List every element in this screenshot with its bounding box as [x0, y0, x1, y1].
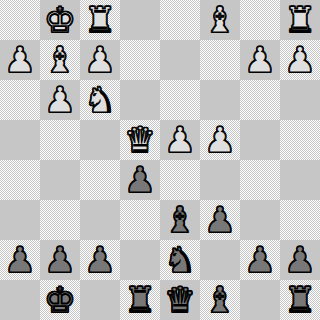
square-a4[interactable]: [280, 120, 320, 160]
black-pawn-g7[interactable]: ♟: [40, 240, 80, 280]
square-h4[interactable]: [0, 120, 40, 160]
square-g4[interactable]: [40, 120, 80, 160]
square-b2[interactable]: ♟: [240, 40, 280, 80]
black-pawn-h7[interactable]: ♟: [0, 240, 40, 280]
square-h8[interactable]: [0, 280, 40, 320]
square-f7[interactable]: ♟: [80, 240, 120, 280]
square-d1[interactable]: [160, 0, 200, 40]
square-e1[interactable]: [120, 0, 160, 40]
white-pawn-b2[interactable]: ♟: [240, 40, 280, 80]
square-c5[interactable]: [200, 160, 240, 200]
square-a7[interactable]: ♟: [280, 240, 320, 280]
square-b8[interactable]: [240, 280, 280, 320]
square-c1[interactable]: ♝: [200, 0, 240, 40]
square-a8[interactable]: ♜: [280, 280, 320, 320]
square-c2[interactable]: [200, 40, 240, 80]
square-c7[interactable]: [200, 240, 240, 280]
square-e2[interactable]: [120, 40, 160, 80]
square-g1[interactable]: ♚: [40, 0, 80, 40]
square-c8[interactable]: ♝: [200, 280, 240, 320]
square-a6[interactable]: [280, 200, 320, 240]
white-pawn-a2[interactable]: ♟: [280, 40, 320, 80]
square-d8[interactable]: ♛: [160, 280, 200, 320]
square-e6[interactable]: [120, 200, 160, 240]
square-h5[interactable]: [0, 160, 40, 200]
square-d7[interactable]: ♞: [160, 240, 200, 280]
white-bishop-c1[interactable]: ♝: [200, 0, 240, 40]
square-g7[interactable]: ♟: [40, 240, 80, 280]
white-king-g1[interactable]: ♚: [40, 0, 80, 40]
square-g5[interactable]: [40, 160, 80, 200]
black-pawn-a7[interactable]: ♟: [280, 240, 320, 280]
square-e5[interactable]: ♟: [120, 160, 160, 200]
square-c6[interactable]: ♟: [200, 200, 240, 240]
square-a5[interactable]: [280, 160, 320, 200]
black-rook-a8[interactable]: ♜: [280, 280, 320, 320]
black-king-g8[interactable]: ♚: [40, 280, 80, 320]
square-g6[interactable]: [40, 200, 80, 240]
black-queen-d8[interactable]: ♛: [160, 280, 200, 320]
square-a3[interactable]: [280, 80, 320, 120]
square-f5[interactable]: [80, 160, 120, 200]
black-rook-e8[interactable]: ♜: [120, 280, 160, 320]
black-pawn-e5[interactable]: ♟: [120, 160, 160, 200]
square-e4[interactable]: ♛: [120, 120, 160, 160]
black-pawn-c6[interactable]: ♟: [200, 200, 240, 240]
square-f3[interactable]: ♞: [80, 80, 120, 120]
square-d4[interactable]: ♟: [160, 120, 200, 160]
square-d6[interactable]: ♝: [160, 200, 200, 240]
square-a2[interactable]: ♟: [280, 40, 320, 80]
square-g2[interactable]: ♝: [40, 40, 80, 80]
black-bishop-c8[interactable]: ♝: [200, 280, 240, 320]
square-d3[interactable]: [160, 80, 200, 120]
square-h7[interactable]: ♟: [0, 240, 40, 280]
white-pawn-g3[interactable]: ♟: [40, 80, 80, 120]
square-h2[interactable]: ♟: [0, 40, 40, 80]
black-knight-d7[interactable]: ♞: [160, 240, 200, 280]
white-pawn-f2[interactable]: ♟: [80, 40, 120, 80]
white-rook-a1[interactable]: ♜: [280, 0, 320, 40]
white-pawn-d4[interactable]: ♟: [160, 120, 200, 160]
square-f6[interactable]: [80, 200, 120, 240]
square-b7[interactable]: ♟: [240, 240, 280, 280]
white-pawn-c4[interactable]: ♟: [200, 120, 240, 160]
square-h3[interactable]: [0, 80, 40, 120]
square-c3[interactable]: [200, 80, 240, 120]
white-queen-e4[interactable]: ♛: [120, 120, 160, 160]
square-c4[interactable]: ♟: [200, 120, 240, 160]
square-d5[interactable]: [160, 160, 200, 200]
square-g8[interactable]: ♚: [40, 280, 80, 320]
square-d2[interactable]: [160, 40, 200, 80]
square-h6[interactable]: [0, 200, 40, 240]
square-f4[interactable]: [80, 120, 120, 160]
square-a1[interactable]: ♜: [280, 0, 320, 40]
square-b6[interactable]: [240, 200, 280, 240]
square-e8[interactable]: ♜: [120, 280, 160, 320]
square-e3[interactable]: [120, 80, 160, 120]
white-rook-f1[interactable]: ♜: [80, 0, 120, 40]
square-h1[interactable]: [0, 0, 40, 40]
square-b1[interactable]: [240, 0, 280, 40]
white-knight-f3[interactable]: ♞: [80, 80, 120, 120]
square-b4[interactable]: [240, 120, 280, 160]
square-f1[interactable]: ♜: [80, 0, 120, 40]
square-e7[interactable]: [120, 240, 160, 280]
square-b5[interactable]: [240, 160, 280, 200]
chess-board: ♚♜♝♜♟♝♟♟♟♟♞♛♟♟♟♝♟♟♟♟♞♟♟♚♜♛♝♜: [0, 0, 320, 320]
white-bishop-g2[interactable]: ♝: [40, 40, 80, 80]
square-f8[interactable]: [80, 280, 120, 320]
square-g3[interactable]: ♟: [40, 80, 80, 120]
black-pawn-b7[interactable]: ♟: [240, 240, 280, 280]
square-b3[interactable]: [240, 80, 280, 120]
black-bishop-d6[interactable]: ♝: [160, 200, 200, 240]
white-pawn-h2[interactable]: ♟: [0, 40, 40, 80]
black-pawn-f7[interactable]: ♟: [80, 240, 120, 280]
square-f2[interactable]: ♟: [80, 40, 120, 80]
